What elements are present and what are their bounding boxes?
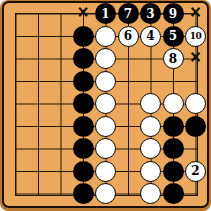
point-r6c8[interactable] [162, 115, 185, 138]
point-r7c6[interactable] [117, 137, 140, 160]
black-stone [73, 93, 94, 114]
point-r4c1[interactable] [4, 70, 27, 93]
point-r9c3[interactable] [49, 182, 72, 205]
point-r9c9[interactable] [184, 182, 207, 205]
point-r6c5[interactable] [94, 115, 117, 138]
point-r5c1[interactable] [4, 92, 27, 115]
point-r5c8[interactable] [162, 92, 185, 115]
white-stone [95, 26, 116, 47]
move-number-3: 3 [146, 7, 154, 19]
point-r6c9[interactable] [184, 115, 207, 138]
black-stone [73, 116, 94, 137]
point-r8c6[interactable] [117, 160, 140, 183]
point-r2c6[interactable]: 6 [117, 25, 140, 48]
point-r9c5[interactable] [94, 182, 117, 205]
point-r3c5[interactable] [94, 47, 117, 70]
point-r2c7[interactable]: 4 [139, 25, 162, 48]
point-r8c9[interactable]: 2 [184, 160, 207, 183]
point-r6c4[interactable] [72, 115, 95, 138]
point-r2c8[interactable]: 5 [162, 25, 185, 48]
point-r3c8[interactable]: 8 [162, 47, 185, 70]
black-stone [73, 48, 94, 69]
black-stone [163, 116, 184, 137]
point-r3c6[interactable] [117, 47, 140, 70]
white-stone [140, 161, 161, 182]
white-stone: 4 [140, 26, 161, 47]
point-r8c3[interactable] [49, 160, 72, 183]
point-r5c2[interactable] [27, 92, 50, 115]
go-board: ×1739×645108×2 [4, 2, 207, 205]
white-stone: 8 [163, 48, 184, 69]
point-r7c9[interactable] [184, 137, 207, 160]
point-r8c1[interactable] [4, 160, 27, 183]
point-r9c6[interactable] [117, 182, 140, 205]
point-r8c8[interactable] [162, 160, 185, 183]
white-stone [95, 161, 116, 182]
move-number-4: 4 [146, 30, 154, 42]
point-r1c1[interactable] [4, 2, 27, 25]
point-r1c2[interactable] [27, 2, 50, 25]
move-number-1: 1 [101, 7, 109, 19]
move-number-10: 10 [190, 31, 202, 40]
black-stone [73, 183, 94, 204]
point-r8c7[interactable] [139, 160, 162, 183]
point-r1c7[interactable]: 3 [139, 2, 162, 25]
black-stone: 9 [163, 3, 184, 24]
move-number-2: 2 [191, 165, 199, 177]
point-r4c3[interactable] [49, 70, 72, 93]
point-r9c7[interactable] [139, 182, 162, 205]
point-r6c2[interactable] [27, 115, 50, 138]
white-stone [95, 48, 116, 69]
point-r5c9[interactable] [184, 92, 207, 115]
white-stone [95, 71, 116, 92]
black-stone: 5 [163, 26, 184, 47]
point-r7c7[interactable] [139, 137, 162, 160]
x-marker: × [77, 5, 90, 20]
white-stone [95, 138, 116, 159]
point-r5c6[interactable] [117, 92, 140, 115]
white-stone [95, 93, 116, 114]
x-marker: × [189, 50, 202, 65]
white-stone [95, 116, 116, 137]
move-number-5: 5 [169, 30, 177, 42]
point-r5c3[interactable] [49, 92, 72, 115]
black-stone [73, 138, 94, 159]
black-stone [185, 116, 206, 137]
move-number-7: 7 [124, 7, 132, 19]
black-stone [163, 183, 184, 204]
black-stone [73, 26, 94, 47]
point-r1c8[interactable]: 9 [162, 2, 185, 25]
point-r3c9[interactable]: × [184, 47, 207, 70]
point-r9c1[interactable] [4, 182, 27, 205]
point-r9c4[interactable] [72, 182, 95, 205]
white-stone [95, 183, 116, 204]
point-r7c5[interactable] [94, 137, 117, 160]
black-stone [163, 138, 184, 159]
white-stone [140, 116, 161, 137]
point-r2c9[interactable]: 10 [184, 25, 207, 48]
point-r9c8[interactable] [162, 182, 185, 205]
white-stone [185, 93, 206, 114]
point-r4c6[interactable] [117, 70, 140, 93]
go-diagram: ×1739×645108×2 [0, 0, 211, 211]
point-r7c3[interactable] [49, 137, 72, 160]
point-r1c9[interactable]: × [184, 2, 207, 25]
white-stone [140, 183, 161, 204]
point-r3c1[interactable] [4, 47, 27, 70]
point-r5c5[interactable] [94, 92, 117, 115]
point-r7c1[interactable] [4, 137, 27, 160]
point-r6c7[interactable] [139, 115, 162, 138]
point-r1c4[interactable]: × [72, 2, 95, 25]
white-stone: 10 [185, 26, 206, 47]
point-r3c2[interactable] [27, 47, 50, 70]
move-number-9: 9 [169, 7, 177, 19]
point-r5c7[interactable] [139, 92, 162, 115]
point-r2c1[interactable] [4, 25, 27, 48]
point-r4c5[interactable] [94, 70, 117, 93]
point-r7c2[interactable] [27, 137, 50, 160]
white-stone [163, 93, 184, 114]
point-r7c8[interactable] [162, 137, 185, 160]
point-r2c5[interactable] [94, 25, 117, 48]
white-stone: 2 [185, 161, 206, 182]
point-r4c7[interactable] [139, 70, 162, 93]
point-r2c4[interactable] [72, 25, 95, 48]
point-r4c8[interactable] [162, 70, 185, 93]
point-r4c9[interactable] [184, 70, 207, 93]
point-r1c5[interactable]: 1 [94, 2, 117, 25]
point-r2c2[interactable] [27, 25, 50, 48]
black-stone: 3 [140, 3, 161, 24]
point-r1c3[interactable] [49, 2, 72, 25]
point-r6c3[interactable] [49, 115, 72, 138]
black-stone [73, 161, 94, 182]
point-r3c4[interactable] [72, 47, 95, 70]
move-number-6: 6 [124, 30, 132, 42]
point-r3c3[interactable] [49, 47, 72, 70]
point-r9c2[interactable] [27, 182, 50, 205]
point-r1c6[interactable]: 7 [117, 2, 140, 25]
point-r8c4[interactable] [72, 160, 95, 183]
black-stone: 1 [95, 3, 116, 24]
x-marker: × [189, 5, 202, 20]
point-r5c4[interactable] [72, 92, 95, 115]
point-r8c2[interactable] [27, 160, 50, 183]
point-r6c1[interactable] [4, 115, 27, 138]
point-r3c7[interactable] [139, 47, 162, 70]
white-stone: 6 [118, 26, 139, 47]
point-r4c4[interactable] [72, 70, 95, 93]
move-number-8: 8 [169, 52, 177, 64]
black-stone [163, 161, 184, 182]
point-r2c3[interactable] [49, 25, 72, 48]
white-stone [140, 138, 161, 159]
point-r4c2[interactable] [27, 70, 50, 93]
white-stone [140, 93, 161, 114]
black-stone: 7 [118, 3, 139, 24]
point-r8c5[interactable] [94, 160, 117, 183]
point-r6c6[interactable] [117, 115, 140, 138]
black-stone [73, 71, 94, 92]
point-r7c4[interactable] [72, 137, 95, 160]
